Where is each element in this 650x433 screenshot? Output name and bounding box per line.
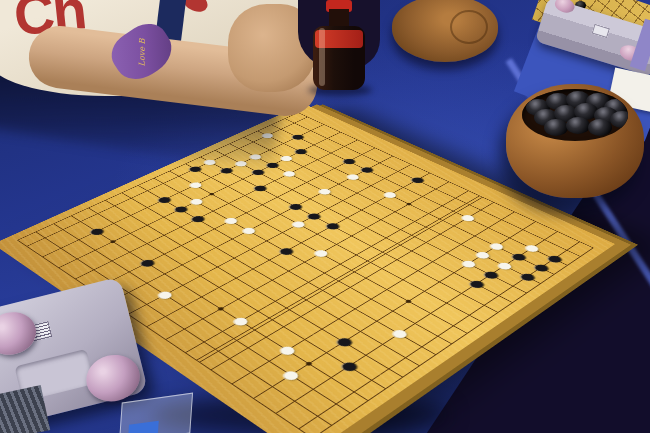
black-stone-bowl bbox=[506, 84, 644, 198]
black-stone-in-bowl bbox=[588, 119, 612, 136]
clock-button bbox=[553, 0, 576, 15]
shirt-logo-mark bbox=[182, 0, 210, 14]
bowl-interior bbox=[522, 89, 628, 141]
clock-label bbox=[592, 24, 610, 38]
bottle-highlight bbox=[319, 28, 325, 86]
nameplate-card bbox=[128, 421, 159, 433]
wood-grain bbox=[450, 10, 488, 44]
cola-bottle bbox=[312, 0, 366, 92]
go-match-photo: ●●●●●●●●●●●●●●●●●●●●●●●●●●●●●●●●●●●●●●●●… bbox=[0, 0, 650, 433]
wristband-text: Love B bbox=[137, 38, 146, 66]
black-stone-in-bowl bbox=[566, 117, 590, 134]
black-stone-in-bowl bbox=[544, 119, 568, 136]
